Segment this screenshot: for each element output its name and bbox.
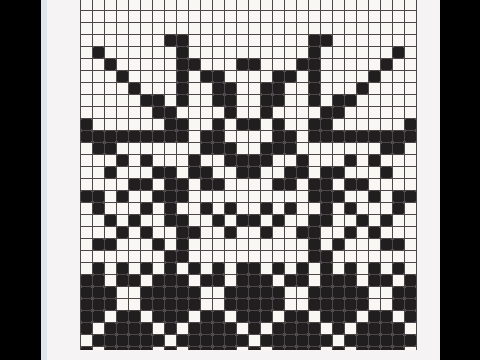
grid-cell (129, 191, 141, 203)
grid-cell (273, 143, 285, 155)
grid-cell (273, 71, 285, 83)
grid-cell (273, 335, 285, 347)
grid-cell (225, 71, 237, 83)
grid-cell (141, 11, 153, 23)
grid-cell (117, 275, 129, 287)
grid-cell (153, 239, 165, 251)
grid-cell (321, 287, 333, 299)
grid-cell (357, 119, 369, 131)
grid-cell (357, 107, 369, 119)
grid-cell (381, 215, 393, 227)
grid-cell (93, 143, 105, 155)
grid-cell (93, 107, 105, 119)
grid-cell (261, 59, 273, 71)
grid-cell (297, 59, 309, 71)
grid-cell (393, 275, 405, 287)
grid-cell (105, 287, 117, 299)
grid-cell (165, 167, 177, 179)
grid-cell (405, 335, 417, 347)
grid-cell (297, 335, 309, 347)
grid-cell (177, 71, 189, 83)
grid-cell (105, 143, 117, 155)
grid-cell (357, 0, 369, 11)
grid-cell (345, 227, 357, 239)
grid-cell (81, 107, 93, 119)
grid-cell (405, 179, 417, 191)
grid-cell (237, 119, 249, 131)
grid-cell (129, 239, 141, 251)
grid-cell (309, 275, 321, 287)
grid-cell (81, 11, 93, 23)
grid-cell (369, 23, 381, 35)
grid-cell (345, 71, 357, 83)
grid-cell (129, 119, 141, 131)
grid-cell (261, 95, 273, 107)
grid-cell (177, 263, 189, 275)
grid-cell (177, 323, 189, 335)
grid-cell (393, 179, 405, 191)
grid-cell (129, 263, 141, 275)
grid-cell (297, 107, 309, 119)
grid-cell (309, 143, 321, 155)
grid-cell (153, 23, 165, 35)
grid-cell (405, 227, 417, 239)
grid-cell (393, 143, 405, 155)
grid-cell (225, 335, 237, 347)
grid-cell (165, 155, 177, 167)
grid-cell (345, 263, 357, 275)
grid-cell (285, 323, 297, 335)
grid-cell (177, 47, 189, 59)
grid-cell (129, 47, 141, 59)
grid-cell (405, 239, 417, 251)
grid-cell (153, 71, 165, 83)
grid-cell (369, 215, 381, 227)
grid-cell (345, 155, 357, 167)
grid-cell (297, 35, 309, 47)
grid-cell (405, 143, 417, 155)
grid-cell (261, 335, 273, 347)
grid-cell (357, 263, 369, 275)
grid-cell (309, 227, 321, 239)
grid-cell (105, 59, 117, 71)
grid-cell (93, 323, 105, 335)
grid-cell (189, 143, 201, 155)
grid-cell (393, 119, 405, 131)
grid-cell (285, 263, 297, 275)
grid-cell (153, 287, 165, 299)
grid-cell (165, 263, 177, 275)
grid-cell (345, 35, 357, 47)
grid-cell (273, 203, 285, 215)
grid-cell (225, 275, 237, 287)
grid-cell (381, 119, 393, 131)
grid-cell (81, 95, 93, 107)
grid-cell (249, 215, 261, 227)
grid-cell (321, 71, 333, 83)
grid-cell (129, 35, 141, 47)
grid-cell (225, 239, 237, 251)
grid-cell (249, 191, 261, 203)
grid-cell (177, 59, 189, 71)
grid-cell (141, 227, 153, 239)
letterbox-bar-right (440, 0, 480, 360)
grid-cell (189, 119, 201, 131)
grid-cell (297, 143, 309, 155)
grid-cell (213, 0, 225, 11)
grid-cell (141, 119, 153, 131)
grid-cell (165, 107, 177, 119)
grid-cell (381, 179, 393, 191)
grid-cell (201, 203, 213, 215)
grid-cell (189, 311, 201, 323)
grid-cell (249, 335, 261, 347)
grid-cell (321, 203, 333, 215)
grid-cell (405, 323, 417, 335)
grid-cell (201, 11, 213, 23)
grid-cell (273, 215, 285, 227)
grid-cell (201, 143, 213, 155)
grid-cell (189, 215, 201, 227)
grid-cell (141, 251, 153, 263)
grid-cell (117, 119, 129, 131)
grid-cell (405, 155, 417, 167)
grid-cell (213, 179, 225, 191)
grid-cell (225, 155, 237, 167)
grid-cell (225, 143, 237, 155)
grid-cell (117, 131, 129, 143)
grid-cell (249, 287, 261, 299)
grid-cell (213, 95, 225, 107)
grid-cell (153, 167, 165, 179)
grid-cell (177, 107, 189, 119)
grid-cell (393, 107, 405, 119)
grid-cell (285, 203, 297, 215)
grid-cell (381, 311, 393, 323)
grid-cell (393, 47, 405, 59)
grid-cell (381, 83, 393, 95)
grid-cell (249, 23, 261, 35)
chart-bottom-margin (47, 350, 440, 360)
grid-cell (405, 35, 417, 47)
grid-cell (201, 227, 213, 239)
grid-cell (357, 71, 369, 83)
grid-cell (369, 275, 381, 287)
grid-cell (369, 323, 381, 335)
grid-cell (213, 47, 225, 59)
grid-cell (117, 83, 129, 95)
grid-cell (153, 47, 165, 59)
grid-cell (213, 191, 225, 203)
grid-cell (141, 59, 153, 71)
grid-cell (189, 191, 201, 203)
grid-cell (141, 155, 153, 167)
grid-cell (237, 227, 249, 239)
grid-cell (93, 227, 105, 239)
grid-cell (213, 59, 225, 71)
grid-cell (105, 191, 117, 203)
grid-cell (237, 131, 249, 143)
grid-cell (189, 275, 201, 287)
grid-cell (201, 83, 213, 95)
grid-cell (93, 287, 105, 299)
grid-cell (333, 95, 345, 107)
grid-cell (309, 119, 321, 131)
grid-cell (369, 227, 381, 239)
grid-cell (345, 59, 357, 71)
grid-cell (381, 71, 393, 83)
grid-cell (393, 95, 405, 107)
grid-cell (333, 239, 345, 251)
grid-cell (213, 335, 225, 347)
grid-cell (249, 35, 261, 47)
grid-cell (261, 275, 273, 287)
grid-cell (165, 47, 177, 59)
grid-cell (333, 191, 345, 203)
grid-cell (357, 203, 369, 215)
grid-cell (93, 131, 105, 143)
grid-cell (381, 191, 393, 203)
grid-cell (141, 47, 153, 59)
grid-cell (261, 11, 273, 23)
grid-cell (381, 95, 393, 107)
grid-cell (201, 71, 213, 83)
grid-cell (165, 299, 177, 311)
grid-cell (285, 35, 297, 47)
grid-cell (93, 203, 105, 215)
grid-cell (249, 11, 261, 23)
grid-cell (213, 203, 225, 215)
grid-cell (405, 263, 417, 275)
grid-cell (117, 95, 129, 107)
grid-cell (189, 335, 201, 347)
grid-cell (369, 287, 381, 299)
grid-cell (309, 263, 321, 275)
grid-cell (261, 83, 273, 95)
grid-cell (381, 335, 393, 347)
grid-cell (177, 167, 189, 179)
grid-cell (381, 155, 393, 167)
grid-cell (117, 263, 129, 275)
grid-cell (93, 35, 105, 47)
grid-cell (357, 227, 369, 239)
grid-cell (357, 83, 369, 95)
grid-cell (225, 35, 237, 47)
grid-cell (249, 203, 261, 215)
grid-cell (297, 23, 309, 35)
grid-cell (93, 179, 105, 191)
grid-cell (285, 11, 297, 23)
grid-cell (381, 47, 393, 59)
grid-cell (345, 11, 357, 23)
grid-cell (357, 215, 369, 227)
grid-cell (369, 95, 381, 107)
grid-cell (81, 0, 93, 11)
grid-cell (369, 119, 381, 131)
grid-cell (309, 251, 321, 263)
grid-cell (249, 155, 261, 167)
grid-cell (297, 215, 309, 227)
grid-cell (405, 59, 417, 71)
grid-cell (225, 251, 237, 263)
grid-cell (297, 251, 309, 263)
grid-cell (141, 23, 153, 35)
grid-cell (93, 239, 105, 251)
grid-cell (93, 11, 105, 23)
grid-cell (345, 251, 357, 263)
grid-cell (237, 203, 249, 215)
grid-cell (357, 11, 369, 23)
grid-cell (225, 323, 237, 335)
grid-cell (297, 95, 309, 107)
grid-cell (201, 47, 213, 59)
grid-cell (357, 251, 369, 263)
grid-cell (189, 131, 201, 143)
grid-cell (381, 131, 393, 143)
grid-cell (369, 263, 381, 275)
grid-cell (309, 107, 321, 119)
grid-cell (225, 83, 237, 95)
grid-cell (345, 311, 357, 323)
grid-cell (297, 299, 309, 311)
grid-cell (261, 203, 273, 215)
grid-cell (369, 71, 381, 83)
grid-cell (333, 179, 345, 191)
grid-cell (333, 299, 345, 311)
grid-cell (345, 0, 357, 11)
grid-cell (321, 119, 333, 131)
grid-cell (285, 167, 297, 179)
grid-cell (297, 275, 309, 287)
grid-cell (189, 287, 201, 299)
grid-cell (321, 131, 333, 143)
grid-cell (237, 83, 249, 95)
grid-cell (93, 95, 105, 107)
grid-cell (213, 215, 225, 227)
video-frame (0, 0, 480, 360)
grid-cell (405, 287, 417, 299)
grid-cell (165, 311, 177, 323)
grid-cell (225, 215, 237, 227)
grid-cell (165, 323, 177, 335)
grid-cell (213, 323, 225, 335)
grid-cell (273, 191, 285, 203)
grid-cell (333, 287, 345, 299)
grid-cell (309, 35, 321, 47)
grid-cell (345, 299, 357, 311)
grid-cell (141, 311, 153, 323)
grid-cell (393, 59, 405, 71)
grid-cell (393, 239, 405, 251)
grid-cell (201, 335, 213, 347)
grid-cell (153, 107, 165, 119)
grid-cell (357, 311, 369, 323)
grid-cell (105, 227, 117, 239)
grid-cell (105, 239, 117, 251)
grid-cell (357, 155, 369, 167)
grid-cell (189, 203, 201, 215)
grid-cell (369, 143, 381, 155)
grid-cell (177, 311, 189, 323)
grid-cell (345, 215, 357, 227)
grid-cell (153, 0, 165, 11)
grid-cell (333, 107, 345, 119)
grid-cell (381, 239, 393, 251)
grid-cell (129, 0, 141, 11)
grid-cell (405, 167, 417, 179)
grid-cell (117, 311, 129, 323)
grid-cell (153, 263, 165, 275)
grid-cell (261, 299, 273, 311)
grid-cell (165, 251, 177, 263)
grid-cell (105, 119, 117, 131)
grid-cell (81, 131, 93, 143)
grid-cell (165, 227, 177, 239)
grid-cell (261, 311, 273, 323)
grid-cell (333, 83, 345, 95)
grid-cell (369, 59, 381, 71)
grid-cell (357, 323, 369, 335)
grid-cell (393, 191, 405, 203)
grid-cell (273, 131, 285, 143)
grid-cell (285, 23, 297, 35)
grid-cell (189, 299, 201, 311)
grid-cell (381, 275, 393, 287)
grid-cell (285, 59, 297, 71)
grid-cell (321, 239, 333, 251)
grid-cell (357, 179, 369, 191)
grid-cell (405, 275, 417, 287)
grid-cell (309, 71, 321, 83)
grid-cell (261, 71, 273, 83)
grid-cell (297, 71, 309, 83)
grid-cell (405, 215, 417, 227)
grid-cell (297, 0, 309, 11)
grid-cell (357, 335, 369, 347)
grid-cell (81, 47, 93, 59)
grid-cell (117, 179, 129, 191)
grid-cell (261, 167, 273, 179)
grid-cell (177, 0, 189, 11)
grid-cell (105, 311, 117, 323)
grid-cell (153, 215, 165, 227)
grid-cell (177, 11, 189, 23)
grid-cell (261, 107, 273, 119)
grid-cell (369, 311, 381, 323)
grid-cell (153, 11, 165, 23)
board-grid (80, 0, 417, 350)
grid-cell (369, 107, 381, 119)
grid-cell (285, 215, 297, 227)
grid-cell (81, 251, 93, 263)
grid-cell (405, 47, 417, 59)
grid-cell (225, 47, 237, 59)
grid-cell (117, 323, 129, 335)
grid-cell (189, 239, 201, 251)
grid-cell (201, 155, 213, 167)
grid-cell (81, 287, 93, 299)
grid-cell (297, 263, 309, 275)
grid-cell (93, 59, 105, 71)
grid-cell (165, 335, 177, 347)
grid-cell (369, 299, 381, 311)
grid-cell (81, 167, 93, 179)
grid-cell (333, 143, 345, 155)
grid-cell (273, 155, 285, 167)
grid-cell (81, 23, 93, 35)
grid-cell (153, 59, 165, 71)
grid-cell (213, 155, 225, 167)
